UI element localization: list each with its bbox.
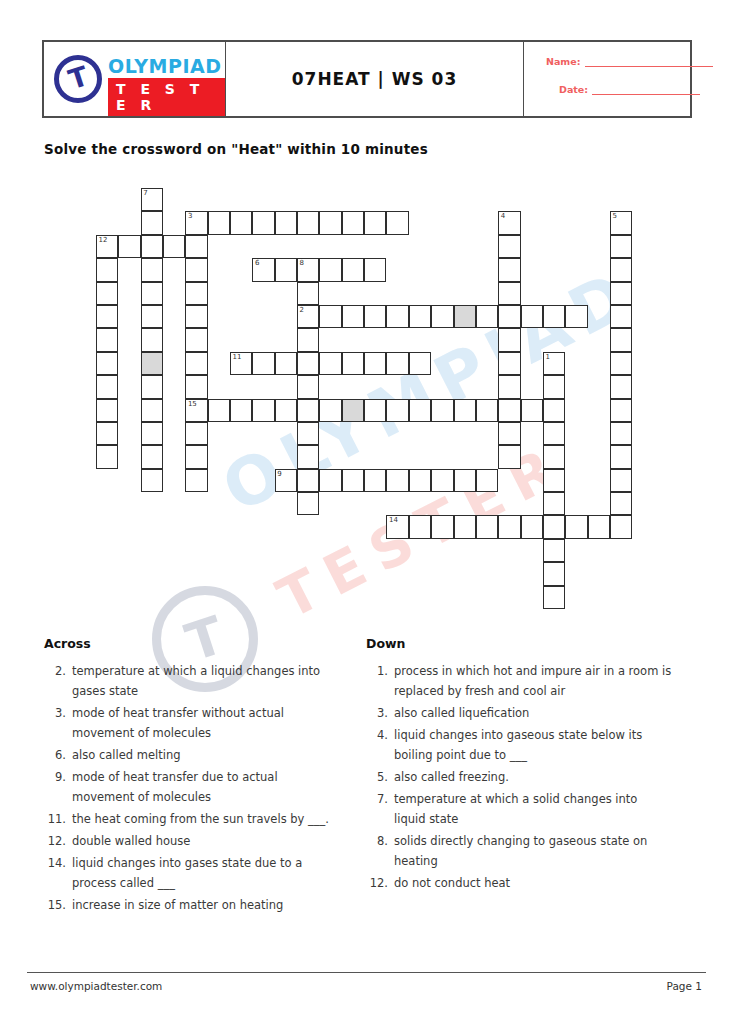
clue-item: 12.do not conduct heat [366, 873, 696, 893]
letter-cell[interactable] [342, 305, 364, 328]
letter-cell[interactable] [319, 211, 341, 234]
clue-number: 14 [389, 516, 398, 525]
letter-cell[interactable] [610, 258, 632, 281]
clue-item-text: solids directly changing to gaseous stat… [394, 831, 672, 871]
letter-cell[interactable] [297, 492, 319, 515]
letter-cell[interactable] [454, 469, 476, 492]
letter-cell[interactable] [431, 399, 453, 422]
letter-cell[interactable] [498, 258, 520, 281]
letter-cell[interactable] [96, 399, 118, 422]
clue-item: 3.mode of heat transfer without actual m… [44, 703, 362, 743]
letter-cell[interactable]: 9 [275, 469, 297, 492]
clue-item-text: mode of heat transfer due to actual move… [72, 767, 340, 807]
clue-item-number: 8. [366, 831, 388, 871]
letter-cell[interactable] [386, 305, 408, 328]
letter-cell[interactable] [297, 399, 319, 422]
letter-cell[interactable] [141, 375, 163, 398]
clue-item: 9.mode of heat transfer due to actual mo… [44, 767, 362, 807]
letter-cell[interactable]: 14 [386, 515, 408, 538]
letter-cell[interactable] [431, 469, 453, 492]
letter-cell[interactable] [610, 422, 632, 445]
clue-item: 12.double walled house [44, 831, 362, 851]
clue-item-number: 3. [44, 703, 66, 743]
letter-cell[interactable] [185, 235, 207, 258]
clue-item: 2.temperature at which a liquid changes … [44, 661, 362, 701]
clue-item-text: also called liquefication [394, 703, 672, 723]
letter-cell[interactable] [543, 492, 565, 515]
letter-cell[interactable] [141, 328, 163, 351]
letter-cell[interactable] [297, 211, 319, 234]
letter-cell[interactable] [252, 352, 274, 375]
letter-cell[interactable] [230, 211, 252, 234]
clue-item: 7.temperature at which a solid changes i… [366, 789, 696, 829]
letter-cell[interactable] [610, 469, 632, 492]
letter-cell[interactable]: 2 [297, 305, 319, 328]
clue-number: 4 [501, 212, 505, 221]
clue-number: 2 [300, 306, 304, 315]
letter-cell[interactable] [185, 445, 207, 468]
letter-cell[interactable] [454, 515, 476, 538]
letter-cell[interactable]: 7 [141, 188, 163, 211]
letter-cell[interactable] [364, 305, 386, 328]
letter-cell[interactable] [610, 492, 632, 515]
worksheet-page: T OLYMPIAD T E S T E R 07HEAT | WS 03 Na… [0, 0, 732, 1024]
clue-item-number: 6. [44, 745, 66, 765]
clue-item-text: double walled house [72, 831, 340, 851]
clue-item: 6.also called melting [44, 745, 362, 765]
letter-cell[interactable] [543, 586, 565, 609]
letter-cell[interactable] [141, 422, 163, 445]
letter-cell[interactable] [319, 258, 341, 281]
letter-cell[interactable] [610, 375, 632, 398]
letter-cell[interactable] [342, 352, 364, 375]
olympiad-tester-logo-icon: T [54, 55, 102, 103]
clue-item-number: 15. [44, 895, 66, 915]
letter-cell[interactable] [543, 469, 565, 492]
letter-cell[interactable] [543, 562, 565, 585]
letter-cell[interactable] [141, 469, 163, 492]
letter-cell[interactable] [409, 399, 431, 422]
letter-cell[interactable] [364, 399, 386, 422]
title-section: 07HEAT | WS 03 [226, 42, 524, 116]
date-label: Date: [559, 84, 588, 95]
letter-cell[interactable] [275, 211, 297, 234]
letter-cell[interactable] [476, 469, 498, 492]
across-heading: Across [44, 636, 362, 651]
letter-cell[interactable] [342, 211, 364, 234]
letter-cell[interactable] [163, 235, 185, 258]
letter-cell[interactable] [521, 515, 543, 538]
letter-cell[interactable] [297, 445, 319, 468]
letter-cell[interactable] [565, 305, 587, 328]
letter-cell[interactable] [565, 515, 587, 538]
letter-cell[interactable] [476, 305, 498, 328]
letter-cell[interactable] [141, 258, 163, 281]
letter-cell[interactable] [252, 211, 274, 234]
letter-cell[interactable] [610, 399, 632, 422]
name-date-section: Name: Date: [524, 42, 690, 116]
clue-item-text: temperature at which a liquid changes in… [72, 661, 340, 701]
clue-item: 5.also called freezing. [366, 767, 696, 787]
clue-number: 11 [233, 353, 242, 362]
letter-cell[interactable] [364, 211, 386, 234]
letter-cell[interactable] [96, 258, 118, 281]
clue-item-text: also called melting [72, 745, 340, 765]
footer-url[interactable]: www.olympiadtester.com [30, 980, 162, 992]
clue-number: 7 [143, 189, 147, 198]
letter-cell[interactable] [185, 328, 207, 351]
separator-cell [454, 305, 476, 328]
letter-cell[interactable] [141, 282, 163, 305]
letter-cell[interactable] [409, 305, 431, 328]
letter-cell[interactable] [610, 515, 632, 538]
letter-cell[interactable] [230, 399, 252, 422]
letter-cell[interactable]: 3 [185, 211, 207, 234]
letter-cell[interactable] [386, 469, 408, 492]
letter-cell[interactable] [96, 328, 118, 351]
letter-cell[interactable]: 4 [498, 211, 520, 234]
letter-cell[interactable]: 6 [252, 258, 274, 281]
letter-cell[interactable] [275, 258, 297, 281]
letter-cell[interactable] [96, 445, 118, 468]
letter-cell[interactable] [208, 211, 230, 234]
letter-cell[interactable] [610, 235, 632, 258]
letter-cell[interactable] [118, 235, 140, 258]
letter-cell[interactable] [208, 399, 230, 422]
clue-item-number: 12. [44, 831, 66, 851]
footer-divider [27, 972, 706, 973]
letter-cell[interactable] [319, 469, 341, 492]
clue-number: 15 [188, 400, 197, 409]
letter-cell[interactable] [297, 328, 319, 351]
letter-cell[interactable]: 15 [185, 399, 207, 422]
down-heading: Down [366, 636, 696, 651]
clue-item-number: 11. [44, 809, 66, 829]
clue-item-text: temperature at which a solid changes int… [394, 789, 672, 829]
letter-cell[interactable] [275, 399, 297, 422]
letter-cell[interactable] [252, 399, 274, 422]
letter-cell[interactable] [610, 282, 632, 305]
clue-item-number: 1. [366, 661, 388, 701]
letter-cell[interactable] [543, 375, 565, 398]
letter-cell[interactable] [409, 515, 431, 538]
down-clues: Down 1.process in which hot and impure a… [366, 636, 696, 895]
letter-cell[interactable] [185, 352, 207, 375]
clue-item-number: 2. [44, 661, 66, 701]
letter-cell[interactable] [96, 375, 118, 398]
letter-cell[interactable]: 1 [543, 352, 565, 375]
letter-cell[interactable] [185, 422, 207, 445]
letter-cell[interactable] [543, 515, 565, 538]
logo-text: OLYMPIAD T E S T E R [108, 55, 225, 116]
letter-cell[interactable] [364, 258, 386, 281]
letter-cell[interactable] [297, 375, 319, 398]
footer-page-number: Page 1 [667, 980, 702, 992]
letter-cell[interactable] [431, 515, 453, 538]
separator-cell [141, 352, 163, 375]
letter-cell[interactable] [498, 445, 520, 468]
clue-number: 12 [99, 236, 108, 245]
date-input-line[interactable] [592, 94, 700, 95]
clue-number: 8 [300, 259, 304, 268]
letter-cell[interactable] [543, 422, 565, 445]
header: T OLYMPIAD T E S T E R 07HEAT | WS 03 Na… [42, 40, 692, 118]
letter-cell[interactable] [543, 539, 565, 562]
clue-item-number: 7. [366, 789, 388, 829]
clue-number: 9 [277, 470, 281, 479]
letter-cell[interactable] [364, 352, 386, 375]
clue-number: 5 [612, 212, 616, 221]
clue-item-number: 4. [366, 725, 388, 765]
clue-item-text: process in which hot and impure air in a… [394, 661, 672, 701]
letter-cell[interactable] [297, 469, 319, 492]
letter-cell[interactable] [521, 305, 543, 328]
clue-item-number: 3. [366, 703, 388, 723]
letter-cell[interactable] [297, 352, 319, 375]
letter-cell[interactable] [386, 352, 408, 375]
letter-cell[interactable] [96, 305, 118, 328]
clue-item: 1.process in which hot and impure air in… [366, 661, 696, 701]
letter-cell[interactable] [454, 399, 476, 422]
letter-cell[interactable] [96, 282, 118, 305]
letter-cell[interactable] [498, 305, 520, 328]
letter-cell[interactable] [96, 352, 118, 375]
logo-t-glyph: T [65, 62, 91, 93]
letter-cell[interactable] [610, 352, 632, 375]
letter-cell[interactable] [610, 305, 632, 328]
letter-cell[interactable] [319, 352, 341, 375]
letter-cell[interactable] [319, 305, 341, 328]
letter-cell[interactable]: 8 [297, 258, 319, 281]
letter-cell[interactable] [141, 235, 163, 258]
letter-cell[interactable] [498, 235, 520, 258]
letter-cell[interactable] [275, 352, 297, 375]
logo-tester: T E S T E R [108, 78, 225, 116]
letter-cell[interactable] [297, 422, 319, 445]
letter-cell[interactable]: 12 [96, 235, 118, 258]
logo-olympiad: OLYMPIAD [108, 55, 225, 77]
letter-cell[interactable] [498, 328, 520, 351]
clue-item-text: also called freezing. [394, 767, 672, 787]
letter-cell[interactable] [498, 352, 520, 375]
clue-number: 6 [255, 259, 259, 268]
letter-cell[interactable] [409, 352, 431, 375]
letter-cell[interactable] [610, 445, 632, 468]
letter-cell[interactable] [141, 445, 163, 468]
worksheet-title: 07HEAT | WS 03 [292, 69, 458, 89]
letter-cell[interactable] [185, 258, 207, 281]
letter-cell[interactable] [476, 399, 498, 422]
letter-cell[interactable] [543, 445, 565, 468]
name-label: Name: [546, 56, 581, 67]
letter-cell[interactable] [342, 258, 364, 281]
name-input-line[interactable] [585, 66, 713, 67]
separator-cell [342, 399, 364, 422]
clue-number: 3 [188, 212, 192, 221]
letter-cell[interactable] [141, 305, 163, 328]
letter-cell[interactable] [588, 515, 610, 538]
clue-item-number: 9. [44, 767, 66, 807]
letter-cell[interactable]: 5 [610, 211, 632, 234]
clue-item: 11.the heat coming from the sun travels … [44, 809, 362, 829]
letter-cell[interactable] [431, 305, 453, 328]
letter-cell[interactable] [521, 399, 543, 422]
letter-cell[interactable] [543, 305, 565, 328]
instruction-text: Solve the crossword on "Heat" within 10 … [44, 141, 428, 157]
letter-cell[interactable] [476, 515, 498, 538]
across-clues: Across 2.temperature at which a liquid c… [44, 636, 362, 917]
clue-item-number: 14. [44, 853, 66, 893]
clue-item-text: mode of heat transfer without actual mov… [72, 703, 340, 743]
letter-cell[interactable] [185, 305, 207, 328]
clue-item-text: liquid changes into gases state due to a… [72, 853, 340, 893]
letter-cell[interactable] [543, 399, 565, 422]
clue-item-number: 12. [366, 873, 388, 893]
clue-item: 8.solids directly changing to gaseous st… [366, 831, 696, 871]
letter-cell[interactable] [498, 515, 520, 538]
clue-item-text: liquid changes into gaseous state below … [394, 725, 672, 765]
letter-cell[interactable] [386, 399, 408, 422]
clue-item: 15.increase in size of matter on heating [44, 895, 362, 915]
clue-item: 3.also called liquefication [366, 703, 696, 723]
clue-item-number: 5. [366, 767, 388, 787]
letter-cell[interactable] [141, 399, 163, 422]
across-list: 2.temperature at which a liquid changes … [44, 661, 362, 915]
letter-cell[interactable] [141, 211, 163, 234]
clue-item: 4.liquid changes into gaseous state belo… [366, 725, 696, 765]
letter-cell[interactable]: 11 [230, 352, 252, 375]
letter-cell[interactable] [319, 399, 341, 422]
letter-cell[interactable] [498, 422, 520, 445]
letter-cell[interactable] [185, 375, 207, 398]
letter-cell[interactable] [498, 282, 520, 305]
letter-cell[interactable] [297, 282, 319, 305]
clue-item: 14.liquid changes into gases state due t… [44, 853, 362, 893]
letter-cell[interactable] [342, 469, 364, 492]
letter-cell[interactable] [185, 282, 207, 305]
down-list: 1.process in which hot and impure air in… [366, 661, 696, 893]
clue-number: 1 [545, 353, 549, 362]
letter-cell[interactable] [610, 328, 632, 351]
crossword-grid: 73451268211115914 [96, 188, 632, 609]
logo-section: T OLYMPIAD T E S T E R [44, 42, 226, 116]
letter-cell[interactable] [96, 422, 118, 445]
letter-cell[interactable] [498, 399, 520, 422]
letter-cell[interactable] [386, 211, 408, 234]
letter-cell[interactable] [409, 469, 431, 492]
letter-cell[interactable] [185, 469, 207, 492]
clue-item-text: do not conduct heat [394, 873, 672, 893]
letter-cell[interactable] [498, 375, 520, 398]
clue-item-text: increase in size of matter on heating [72, 895, 340, 915]
letter-cell[interactable] [364, 469, 386, 492]
clue-item-text: the heat coming from the sun travels by … [72, 809, 340, 829]
